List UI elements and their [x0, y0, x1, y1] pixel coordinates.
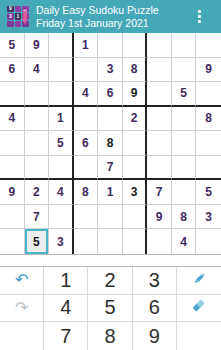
- kebab-menu-icon: [198, 20, 201, 23]
- cell-r5c2[interactable]: [25, 131, 50, 156]
- cell-r8c6[interactable]: [123, 205, 148, 230]
- cell-r9c8[interactable]: 4: [172, 229, 197, 254]
- page-title: Daily Easy Sudoku Puzzle: [36, 4, 159, 17]
- header-text: Daily Easy Sudoku Puzzle Friday 1st Janu…: [36, 4, 159, 30]
- keypad-spacer-left: [0, 322, 44, 350]
- kebab-menu-icon: [198, 15, 201, 18]
- cell-r5c1[interactable]: [0, 131, 25, 156]
- logo-tile: 9: [7, 6, 14, 13]
- cell-r6c2[interactable]: [25, 156, 50, 181]
- cell-r2c8[interactable]: [172, 58, 197, 83]
- menu-button[interactable]: [193, 6, 205, 28]
- key-7[interactable]: 7: [44, 322, 88, 350]
- cell-r8c4[interactable]: [74, 205, 99, 230]
- cell-r3c6[interactable]: 9: [123, 82, 148, 107]
- pencil-button[interactable]: [177, 267, 221, 295]
- cell-r4c3[interactable]: 1: [49, 107, 74, 132]
- cell-r5c7[interactable]: [147, 131, 172, 156]
- cell-r5c8[interactable]: [172, 131, 197, 156]
- sudoku-app: 9 3 1 Daily Easy Sudoku Puzzle Friday 1s…: [0, 0, 221, 350]
- cell-r5c4[interactable]: 6: [74, 131, 99, 156]
- logo-tile: [7, 21, 14, 28]
- undo-button[interactable]: ↶: [0, 267, 44, 295]
- cell-r9c7[interactable]: [147, 229, 172, 254]
- cell-r1c3[interactable]: [49, 33, 74, 58]
- cell-r7c3[interactable]: 4: [49, 180, 74, 205]
- cell-r8c1[interactable]: [0, 205, 25, 230]
- cell-r5c9[interactable]: [196, 131, 221, 156]
- cell-r2c1[interactable]: 6: [0, 58, 25, 83]
- app-logo: 9 3 1: [7, 6, 29, 28]
- cell-r1c6[interactable]: [123, 33, 148, 58]
- board-keypad-gap: [0, 255, 221, 266]
- cell-r4c7[interactable]: [147, 107, 172, 132]
- cell-r8c9[interactable]: 3: [196, 205, 221, 230]
- cell-r4c2[interactable]: [25, 107, 50, 132]
- cell-r2c5[interactable]: 3: [98, 58, 123, 83]
- cell-r3c7[interactable]: [147, 82, 172, 107]
- cell-r4c9[interactable]: 8: [196, 107, 221, 132]
- page-subtitle: Friday 1st January 2021: [36, 17, 159, 30]
- cell-r4c5[interactable]: [98, 107, 123, 132]
- kebab-menu-icon: [198, 10, 201, 13]
- cell-r1c4[interactable]: 1: [74, 33, 99, 58]
- cell-r4c4[interactable]: [74, 107, 99, 132]
- cell-r6c1[interactable]: [0, 156, 25, 181]
- cell-r1c8[interactable]: [172, 33, 197, 58]
- cell-r7c7[interactable]: 7: [147, 180, 172, 205]
- redo-button[interactable]: ↷: [0, 295, 44, 323]
- cell-r9c5[interactable]: [98, 229, 123, 254]
- pencil-icon: [191, 269, 207, 292]
- cell-r5c3[interactable]: 5: [49, 131, 74, 156]
- key-6[interactable]: 6: [133, 295, 177, 323]
- eraser-icon: [190, 296, 207, 319]
- app-header: 9 3 1 Daily Easy Sudoku Puzzle Friday 1s…: [0, 0, 221, 33]
- cell-r7c5[interactable]: 1: [98, 180, 123, 205]
- cell-r7c1[interactable]: 9: [0, 180, 25, 205]
- undo-icon: ↶: [15, 272, 28, 288]
- cell-r6c3[interactable]: [49, 156, 74, 181]
- cell-r6c9[interactable]: [196, 156, 221, 181]
- cell-r3c1[interactable]: [0, 82, 25, 107]
- cell-r3c3[interactable]: [49, 82, 74, 107]
- cell-r9c2[interactable]: 5: [25, 229, 50, 254]
- cell-r4c1[interactable]: 4: [0, 107, 25, 132]
- cell-r8c5[interactable]: [98, 205, 123, 230]
- logo-tile: 3: [7, 13, 14, 20]
- cell-r9c6[interactable]: [123, 229, 148, 254]
- cell-r9c9[interactable]: [196, 229, 221, 254]
- cell-r9c4[interactable]: [74, 229, 99, 254]
- cell-r2c9[interactable]: 9: [196, 58, 221, 83]
- cell-r2c6[interactable]: 8: [123, 58, 148, 83]
- cell-r8c3[interactable]: [49, 205, 74, 230]
- cell-r6c7[interactable]: [147, 156, 172, 181]
- key-2[interactable]: 2: [88, 267, 132, 295]
- cell-r7c6[interactable]: 3: [123, 180, 148, 205]
- cell-r6c4[interactable]: [74, 156, 99, 181]
- key-4[interactable]: 4: [44, 295, 88, 323]
- logo-pencil-icon: [19, 9, 31, 29]
- cell-r5c5[interactable]: 8: [98, 131, 123, 156]
- cell-r7c9[interactable]: 5: [196, 180, 221, 205]
- key-9[interactable]: 9: [133, 322, 177, 350]
- key-3[interactable]: 3: [133, 267, 177, 295]
- cell-r8c2[interactable]: 7: [25, 205, 50, 230]
- cell-r7c8[interactable]: [172, 180, 197, 205]
- key-8[interactable]: 8: [88, 322, 132, 350]
- cell-r9c1[interactable]: [0, 229, 25, 254]
- cell-r2c4[interactable]: [74, 58, 99, 83]
- cell-r4c6[interactable]: 2: [123, 107, 148, 132]
- cell-r8c8[interactable]: 8: [172, 205, 197, 230]
- sudoku-board: 59164389469541285687924813757983534: [0, 33, 221, 255]
- number-pad: ↶ 1 2 3 ↷ 4 5 6: [0, 266, 221, 350]
- cell-r2c3[interactable]: [49, 58, 74, 83]
- cell-r9c3[interactable]: 3: [49, 229, 74, 254]
- cell-r1c9[interactable]: [196, 33, 221, 58]
- eraser-button[interactable]: [177, 295, 221, 323]
- cell-r1c2[interactable]: 9: [25, 33, 50, 58]
- cell-r6c6[interactable]: [123, 156, 148, 181]
- cell-r5c6[interactable]: [123, 131, 148, 156]
- cell-r3c4[interactable]: 4: [74, 82, 99, 107]
- cell-r1c7[interactable]: [147, 33, 172, 58]
- redo-icon: ↷: [15, 300, 28, 316]
- cell-r6c8[interactable]: [172, 156, 197, 181]
- keypad-spacer-right: [177, 322, 221, 350]
- cell-r3c2[interactable]: [25, 82, 50, 107]
- cell-r2c7[interactable]: [147, 58, 172, 83]
- cell-r4c8[interactable]: [172, 107, 197, 132]
- cell-r3c9[interactable]: [196, 82, 221, 107]
- cell-r1c5[interactable]: [98, 33, 123, 58]
- cell-r6c5[interactable]: 7: [98, 156, 123, 181]
- cell-r7c4[interactable]: 8: [74, 180, 99, 205]
- cell-r3c8[interactable]: 5: [172, 82, 197, 107]
- key-5[interactable]: 5: [88, 295, 132, 323]
- cell-r8c7[interactable]: 9: [147, 205, 172, 230]
- cell-r1c1[interactable]: 5: [0, 33, 25, 58]
- key-1[interactable]: 1: [44, 267, 88, 295]
- cell-r2c2[interactable]: 4: [25, 58, 50, 83]
- cell-r7c2[interactable]: 2: [25, 180, 50, 205]
- cell-r3c5[interactable]: 6: [98, 82, 123, 107]
